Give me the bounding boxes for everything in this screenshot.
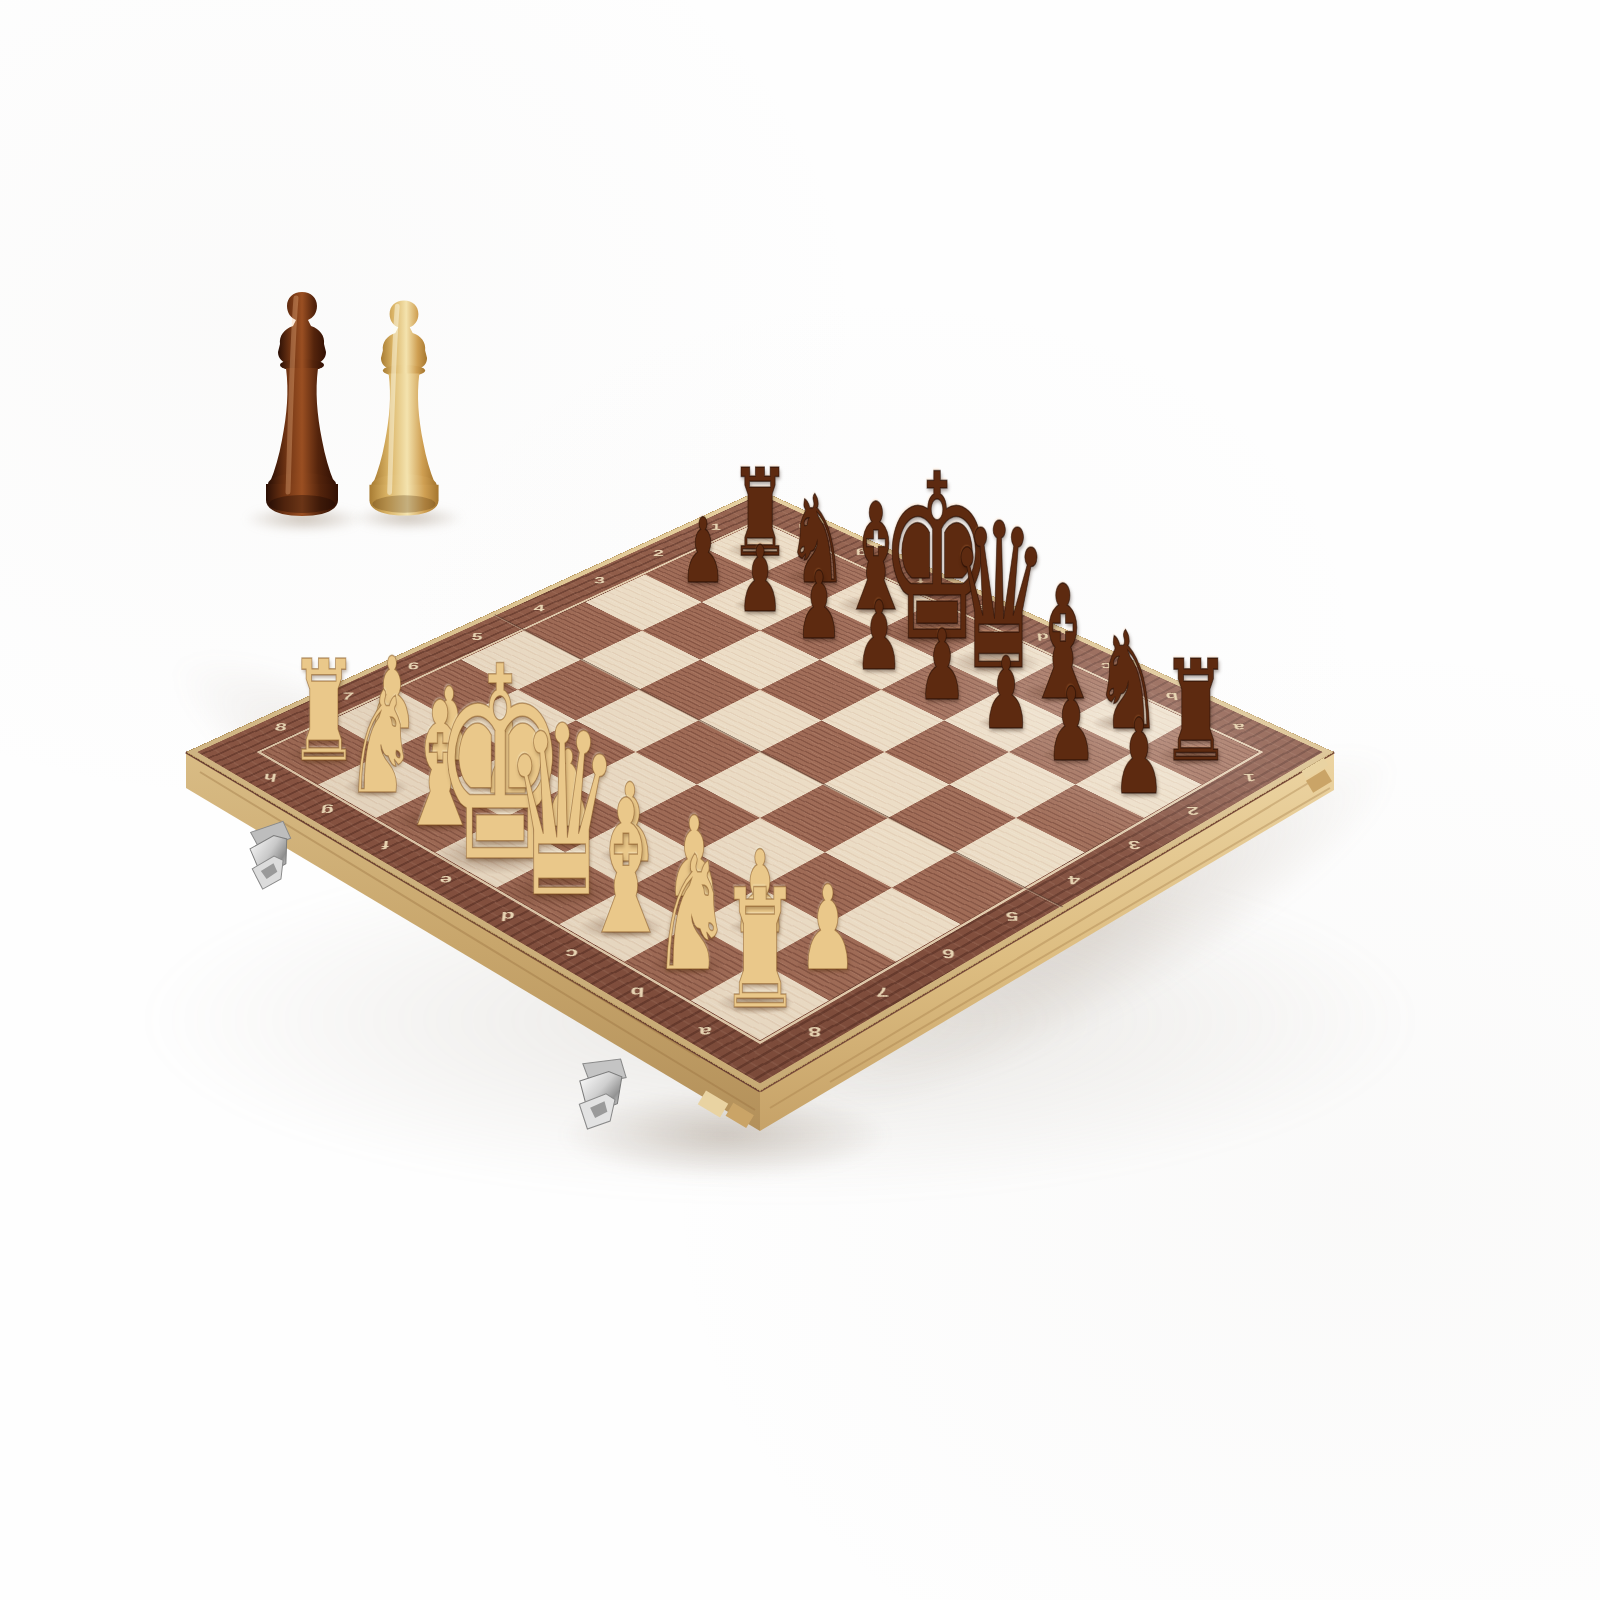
label-rank-right-1: 1 [1236, 771, 1263, 784]
label-rank-right-2: 2 [1179, 804, 1206, 817]
label-file-top-e: e [969, 603, 993, 614]
label-rank-right-5: 5 [999, 909, 1026, 923]
kings-closeup [230, 270, 480, 550]
label-rank-right-7: 7 [869, 984, 896, 999]
label-file-top-g: g [850, 548, 872, 558]
label-rank-left-1: 1 [705, 522, 727, 532]
label-file-bottom-a: a [692, 1024, 719, 1040]
label-rank-left-7: 7 [335, 690, 361, 702]
board-grid [262, 521, 1258, 1040]
label-rank-left-5: 5 [465, 631, 489, 642]
label-file-top-c: c [1094, 660, 1119, 671]
label-rank-right-4: 4 [1061, 873, 1088, 887]
label-rank-left-6: 6 [401, 660, 426, 671]
label-file-top-f: f [909, 575, 932, 586]
label-rank-right-3: 3 [1121, 838, 1148, 851]
label-file-top-h: h [793, 522, 815, 532]
label-rank-right-6: 6 [935, 946, 962, 961]
latch-clasp-bottom [563, 1053, 644, 1134]
label-file-bottom-b: b [624, 984, 651, 999]
label-file-bottom-e: e [432, 873, 459, 887]
label-rank-left-8: 8 [268, 721, 294, 733]
label-file-bottom-c: c [558, 946, 585, 961]
chess-board: 11hh22gg33ff44ee55dd66cc77bb88aa [186, 490, 1334, 1091]
closeup-dark-king [252, 284, 352, 524]
label-file-bottom-h: h [257, 771, 284, 784]
product-photo-stage: 11hh22gg33ff44ee55dd66cc77bb88aa ♜♞♟♝♟♚♟… [0, 0, 1600, 1600]
label-file-top-d: d [1031, 631, 1055, 642]
label-rank-left-2: 2 [647, 548, 669, 558]
latch-clasp-left [231, 813, 316, 898]
label-file-bottom-g: g [314, 804, 341, 817]
label-rank-left-3: 3 [588, 575, 611, 586]
closeup-light-king [356, 292, 452, 524]
label-file-bottom-f: f [372, 838, 399, 851]
label-file-bottom-d: d [494, 909, 521, 923]
label-file-top-a: a [1226, 721, 1252, 733]
label-rank-right-8: 8 [801, 1024, 828, 1040]
label-file-top-b: b [1159, 690, 1185, 702]
label-rank-left-4: 4 [527, 603, 551, 614]
